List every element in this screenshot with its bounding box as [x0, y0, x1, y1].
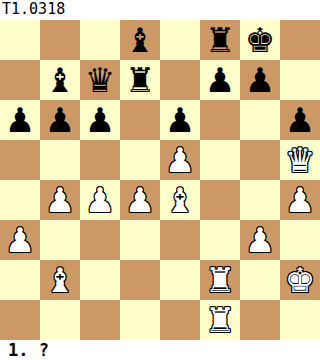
square-d8[interactable]: ♝	[120, 20, 160, 60]
square-g5[interactable]	[240, 140, 280, 180]
square-g3[interactable]: ♟	[240, 220, 280, 260]
square-c4[interactable]: ♟	[80, 180, 120, 220]
square-a3[interactable]: ♟	[0, 220, 40, 260]
square-a2[interactable]	[0, 260, 40, 300]
square-a8[interactable]	[0, 20, 40, 60]
move-prompt: 1. ?	[0, 340, 320, 360]
square-b6[interactable]: ♟	[40, 100, 80, 140]
square-b5[interactable]	[40, 140, 80, 180]
square-h6[interactable]: ♟	[280, 100, 320, 140]
square-h8[interactable]	[280, 20, 320, 60]
square-h4[interactable]: ♟	[280, 180, 320, 220]
square-h1[interactable]	[280, 300, 320, 340]
square-a6[interactable]: ♟	[0, 100, 40, 140]
square-c5[interactable]	[80, 140, 120, 180]
black-bishop: ♝	[45, 60, 75, 100]
square-e2[interactable]	[160, 260, 200, 300]
white-pawn: ♟	[5, 220, 35, 260]
white-pawn: ♟	[245, 220, 275, 260]
square-g1[interactable]	[240, 300, 280, 340]
white-king: ♚	[285, 260, 315, 300]
square-h7[interactable]	[280, 60, 320, 100]
square-f7[interactable]: ♟	[200, 60, 240, 100]
square-f1[interactable]: ♜	[200, 300, 240, 340]
square-d3[interactable]	[120, 220, 160, 260]
square-d4[interactable]: ♟	[120, 180, 160, 220]
square-g2[interactable]	[240, 260, 280, 300]
square-h5[interactable]: ♛	[280, 140, 320, 180]
square-e3[interactable]	[160, 220, 200, 260]
square-d1[interactable]	[120, 300, 160, 340]
puzzle-id: T1.0318	[0, 0, 320, 20]
black-pawn: ♟	[205, 60, 235, 100]
square-g7[interactable]: ♟	[240, 60, 280, 100]
square-d5[interactable]	[120, 140, 160, 180]
square-h3[interactable]	[280, 220, 320, 260]
black-queen: ♛	[85, 60, 115, 100]
white-bishop: ♝	[165, 180, 195, 220]
white-queen: ♛	[285, 140, 315, 180]
square-b4[interactable]: ♟	[40, 180, 80, 220]
white-rook: ♜	[205, 260, 235, 300]
white-pawn: ♟	[165, 140, 195, 180]
square-g4[interactable]	[240, 180, 280, 220]
square-a7[interactable]	[0, 60, 40, 100]
square-f3[interactable]	[200, 220, 240, 260]
white-pawn: ♟	[125, 180, 155, 220]
square-f6[interactable]	[200, 100, 240, 140]
white-pawn: ♟	[45, 180, 75, 220]
white-rook: ♜	[205, 300, 235, 340]
square-c2[interactable]	[80, 260, 120, 300]
square-e6[interactable]: ♟	[160, 100, 200, 140]
square-c6[interactable]: ♟	[80, 100, 120, 140]
white-bishop: ♝	[45, 260, 75, 300]
black-rook: ♜	[125, 60, 155, 100]
square-d2[interactable]	[120, 260, 160, 300]
square-c7[interactable]: ♛	[80, 60, 120, 100]
square-f4[interactable]	[200, 180, 240, 220]
square-f2[interactable]: ♜	[200, 260, 240, 300]
square-g6[interactable]	[240, 100, 280, 140]
square-e7[interactable]	[160, 60, 200, 100]
square-c3[interactable]	[80, 220, 120, 260]
square-a5[interactable]	[0, 140, 40, 180]
black-pawn: ♟	[85, 100, 115, 140]
square-c8[interactable]	[80, 20, 120, 60]
square-a1[interactable]	[0, 300, 40, 340]
white-pawn: ♟	[285, 180, 315, 220]
square-g8[interactable]: ♚	[240, 20, 280, 60]
black-pawn: ♟	[165, 100, 195, 140]
square-f8[interactable]: ♜	[200, 20, 240, 60]
square-b3[interactable]	[40, 220, 80, 260]
square-e4[interactable]: ♝	[160, 180, 200, 220]
square-a4[interactable]	[0, 180, 40, 220]
black-pawn: ♟	[285, 100, 315, 140]
white-pawn: ♟	[85, 180, 115, 220]
square-d7[interactable]: ♜	[120, 60, 160, 100]
square-e5[interactable]: ♟	[160, 140, 200, 180]
black-bishop: ♝	[125, 20, 155, 60]
square-b7[interactable]: ♝	[40, 60, 80, 100]
square-b1[interactable]	[40, 300, 80, 340]
black-rook: ♜	[205, 20, 235, 60]
chess-board: ♝♜♚♝♛♜♟♟♟♟♟♟♟♟♛♟♟♟♝♟♟♟♝♜♚♜	[0, 20, 320, 340]
square-d6[interactable]	[120, 100, 160, 140]
square-c1[interactable]	[80, 300, 120, 340]
square-f5[interactable]	[200, 140, 240, 180]
black-pawn: ♟	[245, 60, 275, 100]
black-king: ♚	[245, 20, 275, 60]
black-pawn: ♟	[45, 100, 75, 140]
square-e8[interactable]	[160, 20, 200, 60]
square-e1[interactable]	[160, 300, 200, 340]
square-b8[interactable]	[40, 20, 80, 60]
square-b2[interactable]: ♝	[40, 260, 80, 300]
square-h2[interactable]: ♚	[280, 260, 320, 300]
black-pawn: ♟	[5, 100, 35, 140]
